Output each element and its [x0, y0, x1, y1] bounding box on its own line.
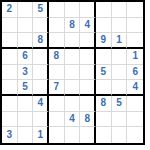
sudoku-cell-r7c4[interactable] — [49, 96, 65, 112]
sudoku-cell-r6c4[interactable]: 7 — [49, 80, 65, 96]
sudoku-cell-r6c9[interactable]: 4 — [127, 80, 143, 96]
sudoku-cell-r9c1[interactable]: 3 — [2, 127, 18, 143]
sudoku-cell-r3c8[interactable]: 1 — [112, 33, 128, 49]
sudoku-cell-r3c2[interactable] — [18, 33, 34, 49]
sudoku-cell-r6c7[interactable] — [96, 80, 112, 96]
sudoku-cell-r8c5[interactable]: 4 — [65, 112, 81, 128]
sudoku-cell-r5c9[interactable]: 6 — [127, 65, 143, 81]
sudoku-cell-r6c5[interactable] — [65, 80, 81, 96]
sudoku-cell-r6c1[interactable] — [2, 80, 18, 96]
sudoku-cell-r8c9[interactable] — [127, 112, 143, 128]
sudoku-cell-r9c6[interactable] — [80, 127, 96, 143]
sudoku-cell-r6c3[interactable] — [33, 80, 49, 96]
sudoku-cell-r9c8[interactable] — [112, 127, 128, 143]
sudoku-cell-r9c3[interactable]: 1 — [33, 127, 49, 143]
sudoku-cell-r9c7[interactable] — [96, 127, 112, 143]
sudoku-cell-r2c5[interactable]: 8 — [65, 18, 81, 34]
sudoku-cell-r4c5[interactable] — [65, 49, 81, 65]
sudoku-cell-r5c7[interactable]: 5 — [96, 65, 112, 81]
sudoku-cell-r1c5[interactable] — [65, 2, 81, 18]
sudoku-cell-r8c6[interactable]: 8 — [80, 112, 96, 128]
sudoku-cell-r7c9[interactable] — [127, 96, 143, 112]
sudoku-cell-r7c7[interactable]: 8 — [96, 96, 112, 112]
sudoku-cell-r5c8[interactable] — [112, 65, 128, 81]
sudoku-cell-r5c1[interactable] — [2, 65, 18, 81]
sudoku-cell-r4c9[interactable]: 1 — [127, 49, 143, 65]
sudoku-cell-r2c2[interactable] — [18, 18, 34, 34]
sudoku-cell-r1c2[interactable] — [18, 2, 34, 18]
sudoku-cell-r1c3[interactable]: 5 — [33, 2, 49, 18]
sudoku-cell-r1c4[interactable] — [49, 2, 65, 18]
sudoku-cell-r1c7[interactable] — [96, 2, 112, 18]
sudoku-cell-r4c4[interactable]: 8 — [49, 49, 65, 65]
sudoku-cell-r9c4[interactable] — [49, 127, 65, 143]
sudoku-cell-r6c6[interactable] — [80, 80, 96, 96]
sudoku-cell-r1c9[interactable] — [127, 2, 143, 18]
sudoku-cell-r8c4[interactable] — [49, 112, 65, 128]
sudoku-cell-r5c3[interactable] — [33, 65, 49, 81]
sudoku-cell-r7c1[interactable] — [2, 96, 18, 112]
sudoku-cell-r7c8[interactable]: 5 — [112, 96, 128, 112]
sudoku-cell-r4c6[interactable] — [80, 49, 96, 65]
sudoku-cell-r2c4[interactable] — [49, 18, 65, 34]
sudoku-cell-r9c5[interactable] — [65, 127, 81, 143]
sudoku-cell-r2c1[interactable] — [2, 18, 18, 34]
sudoku-cell-r4c3[interactable] — [33, 49, 49, 65]
sudoku-cell-r6c2[interactable]: 5 — [18, 80, 34, 96]
sudoku-cell-r2c9[interactable] — [127, 18, 143, 34]
sudoku-cell-r7c3[interactable]: 4 — [33, 96, 49, 112]
sudoku-cell-r2c8[interactable] — [112, 18, 128, 34]
sudoku-cell-r3c1[interactable] — [2, 33, 18, 49]
sudoku-cell-r1c8[interactable] — [112, 2, 128, 18]
sudoku-cell-r4c7[interactable] — [96, 49, 112, 65]
sudoku-cell-r9c2[interactable] — [18, 127, 34, 143]
sudoku-cell-r2c6[interactable]: 4 — [80, 18, 96, 34]
sudoku-cell-r3c7[interactable]: 9 — [96, 33, 112, 49]
sudoku-cell-r7c5[interactable] — [65, 96, 81, 112]
sudoku-cell-r1c6[interactable] — [80, 2, 96, 18]
sudoku-cell-r3c4[interactable] — [49, 33, 65, 49]
sudoku-cell-r2c7[interactable] — [96, 18, 112, 34]
sudoku-cell-r3c9[interactable] — [127, 33, 143, 49]
sudoku-cell-r1c1[interactable]: 2 — [2, 2, 18, 18]
sudoku-cell-r7c2[interactable] — [18, 96, 34, 112]
sudoku-cell-r5c6[interactable] — [80, 65, 96, 81]
sudoku-cell-r8c7[interactable] — [96, 112, 112, 128]
sudoku-cell-r5c2[interactable]: 3 — [18, 65, 34, 81]
sudoku-cell-r4c2[interactable]: 6 — [18, 49, 34, 65]
sudoku-cell-r5c4[interactable] — [49, 65, 65, 81]
sudoku-cell-r4c8[interactable] — [112, 49, 128, 65]
sudoku-cell-r4c1[interactable] — [2, 49, 18, 65]
sudoku-cell-r2c3[interactable] — [33, 18, 49, 34]
sudoku-board: 25848916813565744854831 — [0, 0, 145, 145]
sudoku-cell-r8c3[interactable] — [33, 112, 49, 128]
sudoku-cell-r8c1[interactable] — [2, 112, 18, 128]
sudoku-cell-r8c8[interactable] — [112, 112, 128, 128]
sudoku-cell-r3c3[interactable]: 8 — [33, 33, 49, 49]
sudoku-cell-r7c6[interactable] — [80, 96, 96, 112]
sudoku-cell-r8c2[interactable] — [18, 112, 34, 128]
sudoku-cell-r3c6[interactable] — [80, 33, 96, 49]
sudoku-cell-r6c8[interactable] — [112, 80, 128, 96]
sudoku-cell-r3c5[interactable] — [65, 33, 81, 49]
sudoku-cell-r5c5[interactable] — [65, 65, 81, 81]
sudoku-cell-r9c9[interactable] — [127, 127, 143, 143]
